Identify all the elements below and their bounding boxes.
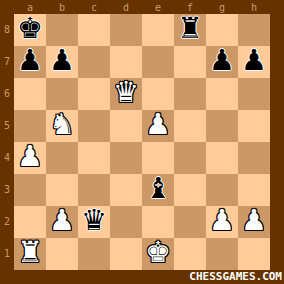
- white-pawn-b2: ♟: [49, 206, 75, 235]
- square-e7[interactable]: [142, 46, 174, 78]
- white-knight-b5: ♞: [49, 110, 75, 139]
- square-a2[interactable]: [14, 206, 46, 238]
- square-c8[interactable]: [78, 14, 110, 46]
- black-pawn-b7: ♟: [49, 46, 75, 75]
- square-g5[interactable]: [206, 110, 238, 142]
- square-a4[interactable]: ♟: [14, 142, 46, 174]
- square-h6[interactable]: [238, 78, 270, 110]
- square-a5[interactable]: [14, 110, 46, 142]
- square-h7[interactable]: ♟: [238, 46, 270, 78]
- square-d7[interactable]: [110, 46, 142, 78]
- white-rook-a1: ♜: [17, 238, 43, 267]
- square-f3[interactable]: [174, 174, 206, 206]
- square-b4[interactable]: [46, 142, 78, 174]
- rank-label-2: 2: [0, 206, 14, 238]
- square-f7[interactable]: [174, 46, 206, 78]
- square-a8[interactable]: ♚: [14, 14, 46, 46]
- square-c2[interactable]: ♛: [78, 206, 110, 238]
- square-b5[interactable]: ♞: [46, 110, 78, 142]
- square-c4[interactable]: [78, 142, 110, 174]
- square-b1[interactable]: [46, 238, 78, 270]
- square-h1[interactable]: [238, 238, 270, 270]
- square-b8[interactable]: [46, 14, 78, 46]
- square-f8[interactable]: ♜: [174, 14, 206, 46]
- square-h2[interactable]: ♟: [238, 206, 270, 238]
- chess-board: ♚♜♟♟♟♟♛♞♟♟♝♟♛♟♟♜♚: [14, 14, 270, 270]
- square-f5[interactable]: [174, 110, 206, 142]
- white-king-e1: ♚: [145, 238, 171, 267]
- square-b2[interactable]: ♟: [46, 206, 78, 238]
- chess-diagram: ♚♜♟♟♟♟♛♞♟♟♝♟♛♟♟♜♚ abcdefgh87654321 CHESS…: [0, 0, 284, 284]
- square-f2[interactable]: [174, 206, 206, 238]
- square-b6[interactable]: [46, 78, 78, 110]
- file-label-d: d: [110, 0, 142, 14]
- file-label-a: a: [14, 0, 46, 14]
- square-c7[interactable]: [78, 46, 110, 78]
- file-label-f: f: [174, 0, 206, 14]
- square-e8[interactable]: [142, 14, 174, 46]
- file-label-b: b: [46, 0, 78, 14]
- black-pawn-h7: ♟: [241, 46, 267, 75]
- white-pawn-g2: ♟: [209, 206, 235, 235]
- square-g6[interactable]: [206, 78, 238, 110]
- square-f6[interactable]: [174, 78, 206, 110]
- rank-label-8: 8: [0, 14, 14, 46]
- square-b3[interactable]: [46, 174, 78, 206]
- square-h8[interactable]: [238, 14, 270, 46]
- square-d8[interactable]: [110, 14, 142, 46]
- rank-label-6: 6: [0, 78, 14, 110]
- square-c1[interactable]: [78, 238, 110, 270]
- rank-label-7: 7: [0, 46, 14, 78]
- white-queen-d6: ♛: [113, 78, 139, 107]
- file-label-g: g: [206, 0, 238, 14]
- white-pawn-e5: ♟: [145, 110, 171, 139]
- square-e6[interactable]: [142, 78, 174, 110]
- rank-label-5: 5: [0, 110, 14, 142]
- file-label-h: h: [238, 0, 270, 14]
- square-e4[interactable]: [142, 142, 174, 174]
- rank-label-4: 4: [0, 142, 14, 174]
- rank-label-1: 1: [0, 238, 14, 270]
- square-b7[interactable]: ♟: [46, 46, 78, 78]
- square-e3[interactable]: ♝: [142, 174, 174, 206]
- black-rook-f8: ♜: [177, 14, 203, 43]
- square-f4[interactable]: [174, 142, 206, 174]
- black-king-a8: ♚: [17, 14, 43, 43]
- square-a7[interactable]: ♟: [14, 46, 46, 78]
- rank-label-3: 3: [0, 174, 14, 206]
- square-g3[interactable]: [206, 174, 238, 206]
- square-h4[interactable]: [238, 142, 270, 174]
- square-d3[interactable]: [110, 174, 142, 206]
- square-g1[interactable]: [206, 238, 238, 270]
- square-e1[interactable]: ♚: [142, 238, 174, 270]
- square-d2[interactable]: [110, 206, 142, 238]
- file-label-c: c: [78, 0, 110, 14]
- square-a1[interactable]: ♜: [14, 238, 46, 270]
- square-d4[interactable]: [110, 142, 142, 174]
- square-c5[interactable]: [78, 110, 110, 142]
- white-pawn-h2: ♟: [241, 206, 267, 235]
- white-pawn-a4: ♟: [17, 142, 43, 171]
- square-d5[interactable]: [110, 110, 142, 142]
- square-g4[interactable]: [206, 142, 238, 174]
- square-a3[interactable]: [14, 174, 46, 206]
- square-c3[interactable]: [78, 174, 110, 206]
- square-g7[interactable]: ♟: [206, 46, 238, 78]
- square-h3[interactable]: [238, 174, 270, 206]
- file-label-e: e: [142, 0, 174, 14]
- black-pawn-g7: ♟: [209, 46, 235, 75]
- square-e5[interactable]: ♟: [142, 110, 174, 142]
- square-a6[interactable]: [14, 78, 46, 110]
- square-d1[interactable]: [110, 238, 142, 270]
- black-bishop-e3: ♝: [145, 174, 171, 203]
- square-d6[interactable]: ♛: [110, 78, 142, 110]
- square-c6[interactable]: [78, 78, 110, 110]
- square-f1[interactable]: [174, 238, 206, 270]
- square-g2[interactable]: ♟: [206, 206, 238, 238]
- watermark-text: CHESSGAMES.COM: [189, 270, 282, 284]
- square-h5[interactable]: [238, 110, 270, 142]
- square-g8[interactable]: [206, 14, 238, 46]
- black-pawn-a7: ♟: [17, 46, 43, 75]
- black-queen-c2: ♛: [81, 206, 107, 235]
- square-e2[interactable]: [142, 206, 174, 238]
